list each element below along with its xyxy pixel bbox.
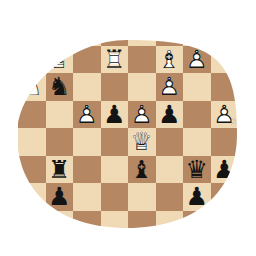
black-pawn-g2[interactable]: ♟ [183,183,211,211]
white-piece-outline: ♖ [101,46,129,74]
white-piece-outline: ♙ [156,73,184,101]
white-piece-outline: ♗ [156,46,184,74]
board-square-g8[interactable] [183,18,211,46]
oval-board-mask: ♛♕♜♖♝♗♟♙♞♘♞♟♙♟♙♟♟♙♟♟♙♛♕♜♝♛♟♟♟5 [0,0,256,256]
board-square-g5[interactable] [183,101,211,129]
board-square-f4[interactable] [156,128,184,156]
black-piece-glyph: ♜ [46,156,74,184]
white-pawn-e5[interactable]: ♟♙ [128,101,156,129]
board-square-c4[interactable] [73,128,101,156]
white-rook-d7[interactable]: ♜♖ [101,46,129,74]
board-square-c6[interactable] [73,73,101,101]
black-pawn-f5[interactable]: ♟ [156,101,184,129]
black-piece-glyph: ♛ [183,156,211,184]
black-rook-b3[interactable]: ♜ [46,156,74,184]
screenshot-canvas: ♛♕♜♖♝♗♟♙♞♘♞♟♙♟♙♟♟♙♟♟♙♛♕♜♝♛♟♟♟5 [0,0,256,256]
white-queen-b7[interactable]: ♛♕ [46,46,74,74]
board-square-f2[interactable] [156,183,184,211]
board-square-f1[interactable] [156,211,184,239]
white-piece-outline: ♙ [183,46,211,74]
black-pawn-d5[interactable]: ♟ [101,101,129,129]
board-square-a7[interactable] [18,46,46,74]
black-piece-glyph: ♟ [156,101,184,129]
board-square-b1[interactable] [46,211,74,239]
board-square-d1[interactable] [101,211,129,239]
board-square-a5[interactable] [18,101,46,129]
black-piece-glyph: ♟ [101,101,129,129]
white-pawn-c5[interactable]: ♟♙ [73,101,101,129]
board-square-a2[interactable] [18,183,46,211]
board-square-c2[interactable] [73,183,101,211]
board-square-h6[interactable] [211,73,239,101]
board-square-c3[interactable] [73,156,101,184]
board-square-f3[interactable] [156,156,184,184]
white-knight-a6[interactable]: ♞♘ [18,73,46,101]
white-pawn-h5[interactable]: ♟♙ [211,101,239,129]
white-piece-outline: ♙ [73,101,101,129]
board-square-h8[interactable] [211,18,239,46]
black-pawn-b2[interactable]: ♟ [46,183,74,211]
board-square-e2[interactable] [128,183,156,211]
board-square-c7[interactable] [73,46,101,74]
board-square-d8[interactable] [101,18,129,46]
black-piece-glyph: ♝ [128,156,156,184]
white-piece-outline: ♕ [128,128,156,156]
white-piece-outline: ♘ [18,73,46,101]
black-bishop-e3[interactable]: ♝ [128,156,156,184]
board-square-f8[interactable] [156,18,184,46]
board-square-a3[interactable] [18,156,46,184]
white-piece-outline: ♙ [211,101,239,129]
white-piece-outline: ♙ [128,101,156,129]
white-bishop-f7[interactable]: ♝♗ [156,46,184,74]
board-square-g6[interactable] [183,73,211,101]
board-square-b4[interactable] [46,128,74,156]
board-square-h1[interactable] [211,211,239,239]
white-queen-e4[interactable]: ♛♕ [128,128,156,156]
black-piece-glyph: ♟ [46,183,74,211]
board-square-e8[interactable] [128,18,156,46]
black-queen-g3[interactable]: ♛ [183,156,211,184]
chess-board[interactable]: ♛♕♜♖♝♗♟♙♞♘♞♟♙♟♙♟♟♙♟♟♙♛♕♜♝♛♟♟♟5 [18,18,238,238]
board-square-e7[interactable] [128,46,156,74]
board-square-d2[interactable] [101,183,129,211]
board-square-c1[interactable] [73,211,101,239]
black-pawn-h3[interactable]: ♟ [211,156,239,184]
board-square-g4[interactable] [183,128,211,156]
board-square-a8[interactable] [18,18,46,46]
white-pawn-f6[interactable]: ♟♙ [156,73,184,101]
board-square-d3[interactable] [101,156,129,184]
board-square-a1[interactable] [18,211,46,239]
board-square-h4[interactable] [211,128,239,156]
black-piece-glyph: ♞ [46,73,74,101]
board-square-h7[interactable] [211,46,239,74]
board-square-b5[interactable] [46,101,74,129]
board-square-d4[interactable] [101,128,129,156]
board-square-b8[interactable] [46,18,74,46]
board-square-c8[interactable] [73,18,101,46]
black-knight-b6[interactable]: ♞ [46,73,74,101]
board-square-h2[interactable] [211,183,239,211]
board-square-a4[interactable] [18,128,46,156]
board-square-d6[interactable] [101,73,129,101]
board-square-g1[interactable] [183,211,211,239]
black-piece-glyph: ♟ [211,156,239,184]
white-piece-outline: ♕ [46,46,74,74]
board-square-e1[interactable] [128,211,156,239]
board-square-e6[interactable] [128,73,156,101]
black-piece-glyph: ♟ [183,183,211,211]
white-pawn-g7[interactable]: ♟♙ [183,46,211,74]
